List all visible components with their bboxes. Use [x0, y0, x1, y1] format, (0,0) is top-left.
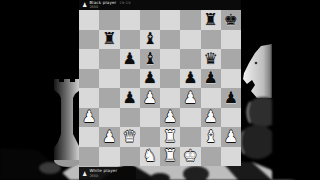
- square-h4[interactable]: ♟: [221, 88, 241, 108]
- player-top-clock: 29:19: [119, 1, 130, 5]
- piece-white-pawn[interactable]: ♟: [183, 90, 197, 106]
- piece-black-pawn[interactable]: ♟: [224, 90, 238, 106]
- square-a2[interactable]: [79, 127, 99, 147]
- square-f2[interactable]: [180, 127, 200, 147]
- square-h2[interactable]: ♟: [221, 127, 241, 147]
- piece-white-pawn[interactable]: ♟: [82, 109, 96, 125]
- piece-white-king[interactable]: ♚: [183, 148, 197, 164]
- square-b1[interactable]: [99, 147, 119, 167]
- square-e8[interactable]: [160, 10, 180, 30]
- square-e7[interactable]: [160, 30, 180, 50]
- square-c8[interactable]: [120, 10, 140, 30]
- pawn-icon: ♟: [82, 2, 87, 8]
- player-bottom-name: White player: [89, 168, 117, 173]
- square-g4[interactable]: [201, 88, 221, 108]
- square-b8[interactable]: [99, 10, 119, 30]
- square-a7[interactable]: [79, 30, 99, 50]
- square-g8[interactable]: ♜: [201, 10, 221, 30]
- piece-black-bishop[interactable]: ♝: [143, 51, 157, 67]
- square-a5[interactable]: [79, 69, 99, 89]
- square-c7[interactable]: [120, 30, 140, 50]
- square-d4[interactable]: ♟: [140, 88, 160, 108]
- square-g3[interactable]: ♟: [201, 108, 221, 128]
- square-d5[interactable]: ♟: [140, 69, 160, 89]
- square-b7[interactable]: ♜: [99, 30, 119, 50]
- piece-black-bishop[interactable]: ♝: [143, 31, 157, 47]
- player-top-name: Black player: [89, 0, 116, 5]
- square-f7[interactable]: [180, 30, 200, 50]
- square-h5[interactable]: [221, 69, 241, 89]
- piece-white-pawn[interactable]: ♟: [224, 129, 238, 145]
- piece-white-queen[interactable]: ♛: [122, 129, 136, 145]
- square-a3[interactable]: ♟: [79, 108, 99, 128]
- square-c6[interactable]: ♟: [120, 49, 140, 69]
- piece-black-queen[interactable]: ♛: [203, 51, 217, 67]
- piece-white-rook[interactable]: ♜: [163, 148, 177, 164]
- square-b4[interactable]: [99, 88, 119, 108]
- piece-white-knight[interactable]: ♞: [143, 148, 157, 164]
- square-f8[interactable]: [180, 10, 200, 30]
- square-a6[interactable]: [79, 49, 99, 69]
- piece-black-pawn[interactable]: ♟: [143, 70, 157, 86]
- piece-black-pawn[interactable]: ♟: [122, 90, 136, 106]
- square-h3[interactable]: [221, 108, 241, 128]
- square-a8[interactable]: [79, 10, 99, 30]
- square-a4[interactable]: [79, 88, 99, 108]
- square-a1[interactable]: [79, 147, 99, 167]
- square-f5[interactable]: ♟: [180, 69, 200, 89]
- player-bottom-rating: 2650: [89, 174, 117, 178]
- square-d1[interactable]: ♞: [140, 147, 160, 167]
- player-bar-top: ♟ Black player29:19 2650: [79, 0, 241, 10]
- square-c2[interactable]: ♛: [120, 127, 140, 147]
- square-e3[interactable]: ♟: [160, 108, 180, 128]
- player-top-rating: 2650: [89, 5, 130, 9]
- square-f6[interactable]: [180, 49, 200, 69]
- square-d8[interactable]: [140, 10, 160, 30]
- square-h8[interactable]: ♚: [221, 10, 241, 30]
- piece-black-king[interactable]: ♚: [224, 12, 238, 28]
- square-c4[interactable]: ♟: [120, 88, 140, 108]
- square-g1[interactable]: [201, 147, 221, 167]
- square-e1[interactable]: ♜: [160, 147, 180, 167]
- piece-black-pawn[interactable]: ♟: [183, 70, 197, 86]
- square-c5[interactable]: [120, 69, 140, 89]
- player-bar-bottom: ♟ White player 2650: [79, 167, 136, 180]
- piece-black-pawn[interactable]: ♟: [203, 70, 217, 86]
- square-e2[interactable]: ♜: [160, 127, 180, 147]
- chess-board: ♜♚♜♝♟♝♛♟♟♟♟♟♟♟♟♟♟♟♛♜♝♟♞♜♚: [79, 10, 241, 166]
- square-d2[interactable]: [140, 127, 160, 147]
- square-h7[interactable]: [221, 30, 241, 50]
- square-d7[interactable]: ♝: [140, 30, 160, 50]
- piece-black-rook[interactable]: ♜: [102, 31, 116, 47]
- square-b2[interactable]: ♟: [99, 127, 119, 147]
- square-h1[interactable]: [221, 147, 241, 167]
- square-e5[interactable]: [160, 69, 180, 89]
- square-c1[interactable]: [120, 147, 140, 167]
- square-e6[interactable]: [160, 49, 180, 69]
- square-g6[interactable]: ♛: [201, 49, 221, 69]
- square-e4[interactable]: [160, 88, 180, 108]
- video-frame: ♜♚♜♝♟♝♛♟♟♟♟♟♟♟♟♟♟♟♛♜♝♟♞♜♚ ♟ Black player…: [0, 0, 320, 180]
- square-d3[interactable]: [140, 108, 160, 128]
- piece-white-rook[interactable]: ♜: [163, 129, 177, 145]
- piece-white-pawn[interactable]: ♟: [102, 129, 116, 145]
- square-d6[interactable]: ♝: [140, 49, 160, 69]
- square-b5[interactable]: [99, 69, 119, 89]
- square-f3[interactable]: [180, 108, 200, 128]
- square-b6[interactable]: [99, 49, 119, 69]
- piece-white-bishop[interactable]: ♝: [203, 129, 217, 145]
- piece-black-rook[interactable]: ♜: [203, 12, 217, 28]
- piece-white-pawn[interactable]: ♟: [163, 109, 177, 125]
- square-b3[interactable]: [99, 108, 119, 128]
- piece-white-pawn[interactable]: ♟: [143, 90, 157, 106]
- square-g2[interactable]: ♝: [201, 127, 221, 147]
- square-g7[interactable]: [201, 30, 221, 50]
- player-bottom-text: White player 2650: [89, 169, 117, 178]
- square-h6[interactable]: [221, 49, 241, 69]
- square-f1[interactable]: ♚: [180, 147, 200, 167]
- square-f4[interactable]: ♟: [180, 88, 200, 108]
- piece-white-pawn[interactable]: ♟: [203, 109, 217, 125]
- player-top-text: Black player29:19 2650: [89, 1, 130, 10]
- square-c3[interactable]: [120, 108, 140, 128]
- pawn-icon: ♟: [82, 171, 87, 177]
- piece-black-pawn[interactable]: ♟: [122, 51, 136, 67]
- square-g5[interactable]: ♟: [201, 69, 221, 89]
